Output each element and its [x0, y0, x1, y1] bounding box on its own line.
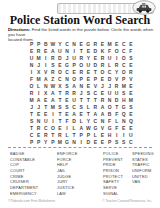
grid-cell: G — [63, 139, 70, 146]
grid-cell: A — [42, 75, 49, 82]
grid-cell: O — [49, 125, 56, 132]
grid-cell: R — [63, 89, 70, 96]
word-list-item: VAN — [132, 179, 154, 185]
grid-cell: V — [127, 75, 134, 82]
grid-cell: S — [127, 103, 134, 110]
grid-cell: F — [113, 125, 120, 132]
grid-cell: N — [35, 118, 42, 125]
grid-cell: D — [71, 118, 78, 125]
grid-cell: E — [99, 75, 106, 82]
grid-cell: J — [63, 54, 70, 61]
grid-cell: A — [35, 96, 42, 103]
grid-cell: P — [28, 139, 35, 146]
grid-cell: I — [78, 139, 85, 146]
grid-cell: V — [113, 75, 120, 82]
grid-cell: U — [28, 54, 35, 61]
grid-cell: E — [92, 139, 99, 146]
grid-cell: O — [78, 61, 85, 68]
grid-cell: N — [63, 47, 70, 54]
grid-cell: I — [63, 125, 70, 132]
grid-cell: C — [63, 68, 70, 75]
grid-cell: T — [92, 68, 99, 75]
grid-cell: M — [56, 139, 63, 146]
grid-cell: H — [106, 132, 113, 139]
grid-cell: J — [106, 82, 113, 89]
grid-cell: Y — [56, 40, 63, 47]
grid-cell: P — [106, 139, 113, 146]
grid-cell: E — [63, 96, 70, 103]
grid-cell: A — [49, 89, 56, 96]
grid-cell: X — [56, 82, 63, 89]
grid-cell: M — [127, 96, 134, 103]
grid-cell: A — [49, 47, 56, 54]
grid-cell: C — [56, 75, 63, 82]
grid-cell: N — [42, 82, 49, 89]
grid-cell: U — [106, 89, 113, 96]
grid-cell: D — [85, 139, 92, 146]
grid-cell: T — [56, 110, 63, 117]
grid-cell: O — [106, 103, 113, 110]
grid-cell: E — [42, 110, 49, 117]
grid-cell: R — [113, 82, 120, 89]
grid-cell: M — [49, 103, 56, 110]
grid-cell: V — [92, 82, 99, 89]
grid-cell: L — [113, 118, 120, 125]
grid-cell: P — [92, 75, 99, 82]
grid-cell: O — [120, 54, 127, 61]
grid-cell: F — [113, 110, 120, 117]
grid-cell: D — [92, 61, 99, 68]
grid-cell: C — [71, 103, 78, 110]
grid-cell: B — [42, 40, 49, 47]
grid-cell: U — [113, 89, 120, 96]
grid-cell: N — [71, 139, 78, 146]
grid-cell: C — [120, 47, 127, 54]
grid-cell: C — [106, 68, 113, 75]
grid-cell: I — [35, 89, 42, 96]
grid-cell: Z — [49, 75, 56, 82]
grid-cell: A — [92, 110, 99, 117]
grid-cell: L — [85, 103, 92, 110]
grid-cell: S — [49, 61, 56, 68]
grid-cell: N — [78, 82, 85, 89]
grid-cell: M — [35, 75, 42, 82]
grid-cell: F — [127, 47, 134, 54]
grid-cell: R — [71, 89, 78, 96]
grid-cell: R — [35, 125, 42, 132]
grid-cell: X — [42, 89, 49, 96]
grid-cell: G — [85, 40, 92, 47]
grid-cell: T — [78, 47, 85, 54]
word-search-grid: PPBWYCNEGREMECEEREAUNITEDKFOCFUMIRDJURYE… — [28, 40, 134, 146]
footer-left-text: ©Tlsbooks.com Free Worksheets — [8, 199, 55, 203]
grid-cell: C — [127, 139, 134, 146]
grid-cell: E — [85, 82, 92, 89]
grid-cell: C — [42, 125, 49, 132]
dashed-divider — [8, 147, 152, 148]
grid-cell: F — [106, 118, 113, 125]
grid-cell: L — [71, 125, 78, 132]
grid-cell: Y — [113, 68, 120, 75]
word-list-item: EMERGENCY — [10, 191, 38, 197]
grid-cell: C — [92, 118, 99, 125]
grid-cell: A — [49, 96, 56, 103]
grid-cell: M — [106, 40, 113, 47]
grid-cell: T — [71, 132, 78, 139]
grid-cell: C — [92, 89, 99, 96]
grid-cell: P — [35, 139, 42, 146]
grid-cell: Y — [85, 118, 92, 125]
grid-cell: S — [120, 89, 127, 96]
grid-cell: T — [56, 118, 63, 125]
grid-cell: L — [35, 82, 42, 89]
grid-cell: E — [35, 110, 42, 117]
grid-cell: L — [63, 132, 70, 139]
grid-cell: N — [120, 118, 127, 125]
grid-cell: D — [92, 47, 99, 54]
grid-cell: O — [56, 68, 63, 75]
grid-cell: O — [28, 82, 35, 89]
grid-cell: E — [63, 110, 70, 117]
page-title: Police Station Word Search — [0, 13, 160, 28]
grid-cell: S — [63, 82, 70, 89]
grid-cell: G — [63, 61, 70, 68]
grid-cell: R — [56, 132, 63, 139]
grid-cell: G — [92, 125, 99, 132]
grid-cell: T — [85, 96, 92, 103]
grid-cell: C — [63, 40, 70, 47]
grid-cell: S — [56, 103, 63, 110]
grid-cell: E — [85, 68, 92, 75]
grid-cell: E — [127, 110, 134, 117]
word-list-column: SPEEDINGSTATESTRAFFICUNIFORMUNITEDVAN — [132, 151, 154, 185]
grid-cell: P — [28, 40, 35, 47]
grid-cell: Y — [42, 139, 49, 146]
grid-cell: S — [120, 139, 127, 146]
grid-cell: R — [49, 54, 56, 61]
grid-cell: E — [99, 139, 106, 146]
word-list-column: ENFORCEFORCEHELPJAILJUDGEJURYJUSTICELAW — [57, 151, 77, 196]
grid-cell: N — [71, 40, 78, 47]
grid-cell: O — [99, 68, 106, 75]
grid-cell: N — [28, 61, 35, 68]
grid-cell: O — [71, 75, 78, 82]
grid-cell: R — [127, 68, 134, 75]
grid-cell: E — [71, 68, 78, 75]
word-list-column: BADGECONSTABLECOPCOURTCRIMECRUISERDEPART… — [10, 151, 38, 196]
grid-cell: U — [71, 54, 78, 61]
grid-cell: W — [49, 40, 56, 47]
grid-cell: E — [78, 110, 85, 117]
grid-cell: J — [28, 103, 35, 110]
grid-cell: R — [92, 103, 99, 110]
grid-cell: K — [99, 47, 106, 54]
grid-cell: E — [127, 89, 134, 96]
grid-cell: L — [92, 132, 99, 139]
grid-cell: S — [63, 103, 70, 110]
grid-cell: I — [49, 118, 56, 125]
grid-cell: T — [92, 96, 99, 103]
grid-cell: P — [120, 75, 127, 82]
grid-cell: R — [78, 54, 85, 61]
grid-cell: E — [42, 96, 49, 103]
grid-cell: E — [99, 89, 106, 96]
grid-cell: C — [28, 132, 35, 139]
grid-cell: S — [127, 54, 134, 61]
grid-cell: V — [99, 125, 106, 132]
grid-cell: U — [42, 118, 49, 125]
grid-cell: I — [71, 47, 78, 54]
grid-cell: L — [78, 118, 85, 125]
grid-cell: J — [35, 61, 42, 68]
grid-cell: T — [28, 110, 35, 117]
grid-cell: T — [56, 96, 63, 103]
grid-cell: U — [56, 47, 63, 54]
grid-cell: D — [113, 96, 120, 103]
grid-cell: H — [120, 96, 127, 103]
grid-cell: E — [113, 40, 120, 47]
grid-cell: T — [56, 89, 63, 96]
grid-cell: R — [99, 61, 106, 68]
grid-cell: E — [127, 40, 134, 47]
grid-cell: R — [99, 54, 106, 61]
grid-cell: R — [42, 132, 49, 139]
grid-cell: R — [78, 68, 85, 75]
grid-cell: R — [28, 89, 35, 96]
grid-cell: E — [56, 125, 63, 132]
grid-cell: O — [120, 68, 127, 75]
grid-cell: I — [42, 61, 49, 68]
grid-cell: P — [78, 132, 85, 139]
grid-cell: C — [120, 40, 127, 47]
grid-cell: E — [99, 132, 106, 139]
grid-cell: T — [28, 125, 35, 132]
grid-cell: I — [120, 132, 127, 139]
grid-cell: M — [120, 82, 127, 89]
grid-cell: U — [106, 54, 113, 61]
grid-cell: A — [78, 125, 85, 132]
grid-cell: Q — [120, 110, 127, 117]
word-list: BADGECONSTABLECOPCOURTCRIMECRUISERDEPART… — [0, 151, 160, 197]
grid-cell: V — [42, 68, 49, 75]
grid-cell: U — [71, 96, 78, 103]
grid-cell: A — [71, 82, 78, 89]
grid-cell: T — [42, 103, 49, 110]
grid-cell: N — [106, 96, 113, 103]
grid-cell: F — [28, 75, 35, 82]
grid-cell: M — [28, 96, 35, 103]
grid-cell: R — [35, 47, 42, 54]
grid-cell: D — [56, 54, 63, 61]
grid-cell: Y — [85, 54, 92, 61]
grid-cell: S — [28, 118, 35, 125]
grid-cell: E — [78, 40, 85, 47]
grid-cell: F — [106, 47, 113, 54]
grid-cell: R — [99, 96, 106, 103]
grid-cell: E — [127, 61, 134, 68]
grid-cell: J — [78, 89, 85, 96]
grid-cell: I — [42, 54, 49, 61]
grid-cell: X — [35, 68, 42, 75]
grid-cell: E — [85, 75, 92, 82]
grid-cell: L — [106, 61, 113, 68]
grid-cell: I — [113, 54, 120, 61]
word-list-item: LAW — [57, 191, 77, 197]
grid-cell: N — [99, 118, 106, 125]
grid-cell: W — [49, 82, 56, 89]
grid-cell: M — [35, 54, 42, 61]
grid-cell: P — [49, 139, 56, 146]
grid-cell: E — [120, 125, 127, 132]
grid-cell: N — [63, 75, 70, 82]
directions-line1: Find the listed words in the puzzle belo… — [8, 27, 153, 37]
grid-cell: T — [113, 103, 120, 110]
grid-cell: T — [85, 110, 92, 117]
grid-cell: F — [63, 118, 70, 125]
grid-cell: I — [113, 132, 120, 139]
grid-cell: T — [49, 132, 56, 139]
grid-cell: Q — [127, 118, 134, 125]
grid-cell: E — [127, 82, 134, 89]
grid-cell: S — [78, 103, 85, 110]
grid-cell: W — [85, 125, 92, 132]
grid-cell: R — [113, 61, 120, 68]
footer-right-text: © Teacher Created Resources, Inc. — [102, 199, 152, 203]
grid-cell: E — [35, 132, 42, 139]
grid-cell: P — [78, 75, 85, 82]
grid-cell: E — [85, 47, 92, 54]
grid-cell: E — [99, 40, 106, 47]
word-list-item: SIGNAL — [103, 191, 123, 197]
word-list-column: POLICEPREVENTPRIDEPRISONPROTECTSAFETYSER… — [103, 151, 123, 196]
grid-cell: I — [28, 68, 35, 75]
grid-cell: P — [85, 132, 92, 139]
grid-cell: D — [106, 75, 113, 82]
grid-cell: R — [49, 68, 56, 75]
grid-cell: B — [106, 110, 113, 117]
grid-cell: E — [56, 61, 63, 68]
grid-cell: T — [78, 96, 85, 103]
grid-cell: P — [35, 40, 42, 47]
grid-cell: E — [92, 54, 99, 61]
grid-cell: P — [71, 61, 78, 68]
grid-cell: C — [120, 61, 127, 68]
grid-cell: A — [71, 110, 78, 117]
grid-cell: R — [92, 40, 99, 47]
grid-cell: O — [113, 47, 120, 54]
grid-cell: A — [99, 110, 106, 117]
grid-cell: U — [85, 61, 92, 68]
grid-cell: E — [127, 125, 134, 132]
grid-cell: J — [99, 82, 106, 89]
grid-cell: E — [28, 47, 35, 54]
grid-cell: U — [127, 132, 134, 139]
worksheet-page: Police Station Word Search Directions: F… — [0, 0, 160, 208]
grid-cell: E — [42, 47, 49, 54]
grid-cell: A — [99, 103, 106, 110]
grid-cell: S — [113, 139, 120, 146]
grid-cell: I — [49, 110, 56, 117]
grid-cell: G — [120, 103, 127, 110]
grid-cell: S — [85, 89, 92, 96]
grid-cell: J — [35, 103, 42, 110]
grid-cell: G — [106, 125, 113, 132]
